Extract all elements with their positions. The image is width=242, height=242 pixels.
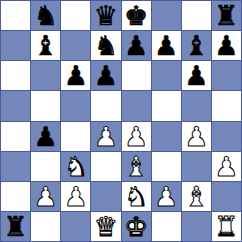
square-h3[interactable]: ♟ <box>212 152 241 181</box>
square-b6[interactable] <box>31 61 60 90</box>
square-a5[interactable] <box>1 91 30 120</box>
square-a7[interactable] <box>1 31 30 60</box>
white-knight-icon[interactable]: ♞ <box>124 183 148 210</box>
square-c8[interactable] <box>61 1 90 30</box>
white-king-icon[interactable]: ♚ <box>124 213 148 240</box>
square-b5[interactable] <box>31 91 60 120</box>
square-a1[interactable]: ♜ <box>1 212 30 241</box>
black-pawn-icon[interactable]: ♟ <box>184 62 208 89</box>
square-e2[interactable]: ♞ <box>122 182 151 211</box>
square-g5[interactable] <box>182 91 211 120</box>
square-d5[interactable] <box>91 91 120 120</box>
square-a6[interactable] <box>1 61 30 90</box>
square-e5[interactable] <box>122 91 151 120</box>
white-pawn-icon[interactable]: ♟ <box>94 123 118 150</box>
chess-board: ♞♛♚♜♝♞♟♟♝♟♟♟♟♟♟♟♟♞♝♟♟♟♞♟♝♜♛♚♜ <box>0 0 242 242</box>
square-b1[interactable] <box>31 212 60 241</box>
square-h4[interactable] <box>212 122 241 151</box>
square-c7[interactable] <box>61 31 90 60</box>
square-h5[interactable] <box>212 91 241 120</box>
white-knight-icon[interactable]: ♞ <box>64 153 88 180</box>
black-pawn-icon[interactable]: ♟ <box>94 62 118 89</box>
square-c6[interactable]: ♟ <box>61 61 90 90</box>
square-g7[interactable]: ♝ <box>182 31 211 60</box>
square-h1[interactable]: ♜ <box>212 212 241 241</box>
black-bishop-icon[interactable]: ♝ <box>184 32 208 59</box>
black-rook-icon[interactable]: ♜ <box>3 213 27 240</box>
square-h6[interactable] <box>212 61 241 90</box>
square-a8[interactable] <box>1 1 30 30</box>
black-knight-icon[interactable]: ♞ <box>34 2 58 29</box>
square-e1[interactable]: ♚ <box>122 212 151 241</box>
square-g6[interactable]: ♟ <box>182 61 211 90</box>
black-pawn-icon[interactable]: ♟ <box>154 32 178 59</box>
black-knight-icon[interactable]: ♞ <box>94 32 118 59</box>
black-pawn-icon[interactable]: ♟ <box>64 62 88 89</box>
square-b7[interactable]: ♝ <box>31 31 60 60</box>
black-king-icon[interactable]: ♚ <box>124 2 148 29</box>
white-pawn-icon[interactable]: ♟ <box>124 123 148 150</box>
square-f3[interactable] <box>152 152 181 181</box>
square-h8[interactable]: ♜ <box>212 1 241 30</box>
white-bishop-icon[interactable]: ♝ <box>124 153 148 180</box>
square-f4[interactable] <box>152 122 181 151</box>
black-queen-icon[interactable]: ♛ <box>94 2 118 29</box>
white-pawn-icon[interactable]: ♟ <box>184 123 208 150</box>
white-queen-icon[interactable]: ♛ <box>94 213 118 240</box>
square-d4[interactable]: ♟ <box>91 122 120 151</box>
square-d6[interactable]: ♟ <box>91 61 120 90</box>
square-d7[interactable]: ♞ <box>91 31 120 60</box>
square-c2[interactable]: ♟ <box>61 182 90 211</box>
black-bishop-icon[interactable]: ♝ <box>34 32 58 59</box>
black-pawn-icon[interactable]: ♟ <box>34 123 58 150</box>
square-e7[interactable]: ♟ <box>122 31 151 60</box>
square-a2[interactable] <box>1 182 30 211</box>
black-pawn-icon[interactable]: ♟ <box>214 32 238 59</box>
square-b8[interactable]: ♞ <box>31 1 60 30</box>
square-g2[interactable]: ♝ <box>182 182 211 211</box>
square-a3[interactable] <box>1 152 30 181</box>
square-h7[interactable]: ♟ <box>212 31 241 60</box>
square-b3[interactable] <box>31 152 60 181</box>
white-pawn-icon[interactable]: ♟ <box>154 183 178 210</box>
white-bishop-icon[interactable]: ♝ <box>184 183 208 210</box>
square-h2[interactable] <box>212 182 241 211</box>
square-a4[interactable] <box>1 122 30 151</box>
square-f5[interactable] <box>152 91 181 120</box>
square-e3[interactable]: ♝ <box>122 152 151 181</box>
square-b2[interactable]: ♟ <box>31 182 60 211</box>
square-e8[interactable]: ♚ <box>122 1 151 30</box>
black-pawn-icon[interactable]: ♟ <box>124 32 148 59</box>
square-g3[interactable] <box>182 152 211 181</box>
square-g8[interactable] <box>182 1 211 30</box>
square-f7[interactable]: ♟ <box>152 31 181 60</box>
white-rook-icon[interactable]: ♜ <box>214 213 238 240</box>
square-c3[interactable]: ♞ <box>61 152 90 181</box>
square-f1[interactable] <box>152 212 181 241</box>
square-f2[interactable]: ♟ <box>152 182 181 211</box>
square-e6[interactable] <box>122 61 151 90</box>
square-c4[interactable] <box>61 122 90 151</box>
white-pawn-icon[interactable]: ♟ <box>64 183 88 210</box>
black-rook-icon[interactable]: ♜ <box>214 2 238 29</box>
square-d3[interactable] <box>91 152 120 181</box>
square-g4[interactable]: ♟ <box>182 122 211 151</box>
square-g1[interactable] <box>182 212 211 241</box>
square-f8[interactable] <box>152 1 181 30</box>
square-f6[interactable] <box>152 61 181 90</box>
square-b4[interactable]: ♟ <box>31 122 60 151</box>
square-c5[interactable] <box>61 91 90 120</box>
square-d2[interactable] <box>91 182 120 211</box>
square-e4[interactable]: ♟ <box>122 122 151 151</box>
square-d1[interactable]: ♛ <box>91 212 120 241</box>
white-pawn-icon[interactable]: ♟ <box>214 153 238 180</box>
square-c1[interactable] <box>61 212 90 241</box>
square-d8[interactable]: ♛ <box>91 1 120 30</box>
white-pawn-icon[interactable]: ♟ <box>34 183 58 210</box>
